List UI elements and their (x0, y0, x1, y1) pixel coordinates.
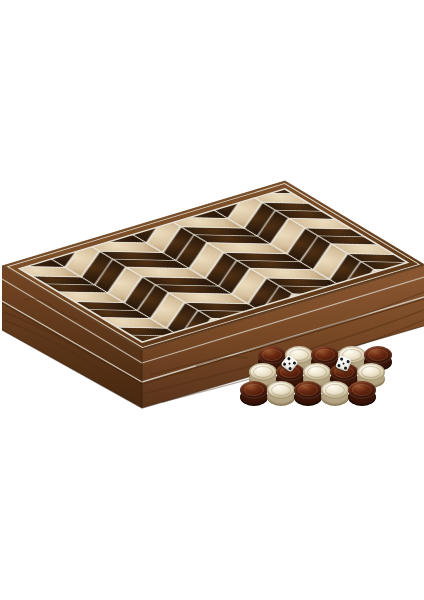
product-photo-stage: Closed wooden backgammon case with a zig… (0, 0, 424, 600)
backgammon-case (0, 0, 424, 600)
